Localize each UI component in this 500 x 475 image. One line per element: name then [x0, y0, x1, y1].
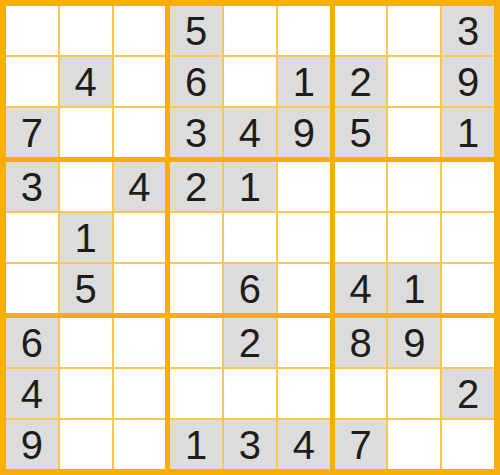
cell-r1c1[interactable] [6, 6, 58, 55]
cell-r1c4: 5 [170, 6, 222, 55]
sudoku-board: 475613493295134152164164921348927 [0, 0, 500, 475]
cell-r5c7[interactable] [335, 213, 387, 262]
cell-r8c4[interactable] [170, 369, 222, 418]
cell-r3c6: 9 [278, 108, 330, 157]
cell-r8c7[interactable] [335, 369, 387, 418]
cell-r6c2: 5 [60, 264, 112, 313]
cell-r2c9: 9 [442, 57, 494, 106]
cell-r2c7: 2 [335, 57, 387, 106]
cell-r1c6[interactable] [278, 6, 330, 55]
cell-r9c8[interactable] [388, 420, 440, 469]
box-3-2: 2134 [170, 318, 329, 469]
cell-r8c3[interactable] [114, 369, 166, 418]
cell-r5c3[interactable] [114, 213, 166, 262]
cell-r9c6: 4 [278, 420, 330, 469]
cell-r6c4[interactable] [170, 264, 222, 313]
cell-r3c8[interactable] [388, 108, 440, 157]
cell-r1c2[interactable] [60, 6, 112, 55]
cell-r7c3[interactable] [114, 318, 166, 367]
cell-r6c5: 6 [224, 264, 276, 313]
cell-r2c3[interactable] [114, 57, 166, 106]
cell-r4c4: 2 [170, 162, 222, 211]
cell-r3c9: 1 [442, 108, 494, 157]
cell-r2c6: 1 [278, 57, 330, 106]
cell-r9c9[interactable] [442, 420, 494, 469]
cell-r9c3[interactable] [114, 420, 166, 469]
cell-r3c1: 7 [6, 108, 58, 157]
box-2-1: 3415 [6, 162, 165, 313]
cell-r1c7[interactable] [335, 6, 387, 55]
cell-r3c2[interactable] [60, 108, 112, 157]
cell-r5c2: 1 [60, 213, 112, 262]
cell-r6c7: 4 [335, 264, 387, 313]
cell-r7c9[interactable] [442, 318, 494, 367]
cell-r9c4: 1 [170, 420, 222, 469]
cell-r6c8: 1 [388, 264, 440, 313]
cell-r7c1: 6 [6, 318, 58, 367]
cell-r6c9[interactable] [442, 264, 494, 313]
cell-r8c5[interactable] [224, 369, 276, 418]
cell-r2c2: 4 [60, 57, 112, 106]
cell-r2c4: 6 [170, 57, 222, 106]
cell-r1c5[interactable] [224, 6, 276, 55]
cell-r4c3: 4 [114, 162, 166, 211]
cell-r7c2[interactable] [60, 318, 112, 367]
cell-r5c9[interactable] [442, 213, 494, 262]
cell-r3c7: 5 [335, 108, 387, 157]
box-3-3: 8927 [335, 318, 494, 469]
cell-r8c6[interactable] [278, 369, 330, 418]
cell-r2c1[interactable] [6, 57, 58, 106]
cell-r1c8[interactable] [388, 6, 440, 55]
cell-r4c6[interactable] [278, 162, 330, 211]
box-3-1: 649 [6, 318, 165, 469]
cell-r7c6[interactable] [278, 318, 330, 367]
cell-r8c8[interactable] [388, 369, 440, 418]
cell-r3c3[interactable] [114, 108, 166, 157]
cell-r8c2[interactable] [60, 369, 112, 418]
cell-r7c7: 8 [335, 318, 387, 367]
cell-r9c7: 7 [335, 420, 387, 469]
cell-r8c9: 2 [442, 369, 494, 418]
cell-r7c8: 9 [388, 318, 440, 367]
cell-r1c3[interactable] [114, 6, 166, 55]
box-1-3: 32951 [335, 6, 494, 157]
cell-r4c8[interactable] [388, 162, 440, 211]
box-2-3: 41 [335, 162, 494, 313]
cell-r4c5: 1 [224, 162, 276, 211]
cell-r5c8[interactable] [388, 213, 440, 262]
cell-r9c2[interactable] [60, 420, 112, 469]
cell-r3c4: 3 [170, 108, 222, 157]
cell-r7c5: 2 [224, 318, 276, 367]
box-1-1: 47 [6, 6, 165, 157]
cell-r5c4[interactable] [170, 213, 222, 262]
cell-r6c3[interactable] [114, 264, 166, 313]
cell-r3c5: 4 [224, 108, 276, 157]
box-1-2: 561349 [170, 6, 329, 157]
cell-r4c2[interactable] [60, 162, 112, 211]
cell-r6c6[interactable] [278, 264, 330, 313]
box-2-2: 216 [170, 162, 329, 313]
cell-r9c1: 9 [6, 420, 58, 469]
cell-r7c4[interactable] [170, 318, 222, 367]
cell-r4c7[interactable] [335, 162, 387, 211]
cell-r5c1[interactable] [6, 213, 58, 262]
cell-r4c1: 3 [6, 162, 58, 211]
cell-r8c1: 4 [6, 369, 58, 418]
cell-r2c8[interactable] [388, 57, 440, 106]
cell-r4c9[interactable] [442, 162, 494, 211]
cell-r1c9: 3 [442, 6, 494, 55]
cell-r2c5[interactable] [224, 57, 276, 106]
cell-r5c5[interactable] [224, 213, 276, 262]
cell-r5c6[interactable] [278, 213, 330, 262]
cell-r6c1[interactable] [6, 264, 58, 313]
cell-r9c5: 3 [224, 420, 276, 469]
